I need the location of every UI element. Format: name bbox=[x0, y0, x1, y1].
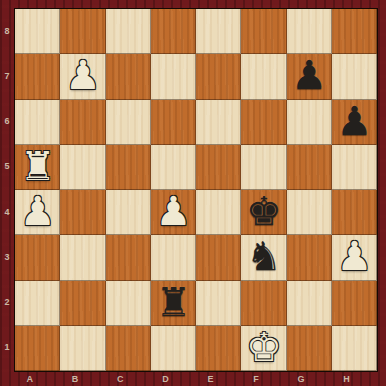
piece-black-knight[interactable]: ♞ bbox=[246, 234, 282, 279]
square-e4[interactable] bbox=[196, 190, 241, 235]
file-label-g: G bbox=[286, 372, 331, 386]
square-g8[interactable] bbox=[287, 9, 332, 54]
square-a7[interactable] bbox=[15, 54, 60, 99]
square-b8[interactable] bbox=[60, 9, 105, 54]
piece-white-rook[interactable]: ♜ bbox=[20, 144, 56, 189]
file-label-d: D bbox=[150, 372, 195, 386]
rank-label-7: 7 bbox=[0, 53, 14, 98]
square-c4[interactable] bbox=[106, 190, 151, 235]
rank-labels: 87654321 bbox=[0, 8, 14, 370]
square-g3[interactable] bbox=[287, 235, 332, 280]
square-e8[interactable] bbox=[196, 9, 241, 54]
file-label-h: H bbox=[331, 372, 376, 386]
square-a5[interactable]: ♜ bbox=[15, 145, 60, 190]
square-d8[interactable] bbox=[151, 9, 196, 54]
square-d4[interactable]: ♟ bbox=[151, 190, 196, 235]
square-h4[interactable] bbox=[332, 190, 377, 235]
file-label-c: C bbox=[105, 372, 150, 386]
square-h5[interactable] bbox=[332, 145, 377, 190]
piece-black-pawn[interactable]: ♟ bbox=[291, 53, 327, 98]
square-g5[interactable] bbox=[287, 145, 332, 190]
square-a8[interactable] bbox=[15, 9, 60, 54]
square-c7[interactable] bbox=[106, 54, 151, 99]
rank-label-8: 8 bbox=[0, 8, 14, 53]
piece-black-pawn[interactable]: ♟ bbox=[336, 99, 372, 144]
piece-white-pawn[interactable]: ♟ bbox=[65, 53, 101, 98]
square-c8[interactable] bbox=[106, 9, 151, 54]
piece-white-pawn[interactable]: ♟ bbox=[155, 189, 191, 234]
square-f7[interactable] bbox=[241, 54, 286, 99]
file-label-e: E bbox=[195, 372, 240, 386]
square-g4[interactable] bbox=[287, 190, 332, 235]
square-a3[interactable] bbox=[15, 235, 60, 280]
file-label-b: B bbox=[59, 372, 104, 386]
file-labels: ABCDEFGH bbox=[14, 372, 376, 386]
square-b7[interactable]: ♟ bbox=[60, 54, 105, 99]
square-d5[interactable] bbox=[151, 145, 196, 190]
square-d6[interactable] bbox=[151, 100, 196, 145]
square-f1[interactable]: ♚ bbox=[241, 326, 286, 371]
square-d1[interactable] bbox=[151, 326, 196, 371]
square-b6[interactable] bbox=[60, 100, 105, 145]
square-h7[interactable] bbox=[332, 54, 377, 99]
square-f6[interactable] bbox=[241, 100, 286, 145]
piece-black-king[interactable]: ♚ bbox=[246, 189, 282, 234]
square-f2[interactable] bbox=[241, 281, 286, 326]
square-g1[interactable] bbox=[287, 326, 332, 371]
square-c6[interactable] bbox=[106, 100, 151, 145]
square-f4[interactable]: ♚ bbox=[241, 190, 286, 235]
file-label-f: F bbox=[240, 372, 285, 386]
rank-label-4: 4 bbox=[0, 189, 14, 234]
square-c3[interactable] bbox=[106, 235, 151, 280]
square-h3[interactable]: ♟ bbox=[332, 235, 377, 280]
rank-label-2: 2 bbox=[0, 280, 14, 325]
piece-white-pawn[interactable]: ♟ bbox=[336, 234, 372, 279]
square-c5[interactable] bbox=[106, 145, 151, 190]
square-h8[interactable] bbox=[332, 9, 377, 54]
square-c1[interactable] bbox=[106, 326, 151, 371]
square-f8[interactable] bbox=[241, 9, 286, 54]
chess-board-frame: ♟♟♟♜♟♟♚♞♟♜♚ 87654321 ABCDEFGH bbox=[0, 0, 386, 386]
piece-white-king[interactable]: ♚ bbox=[246, 325, 282, 370]
square-f5[interactable] bbox=[241, 145, 286, 190]
rank-label-5: 5 bbox=[0, 144, 14, 189]
square-b2[interactable] bbox=[60, 281, 105, 326]
square-e5[interactable] bbox=[196, 145, 241, 190]
rank-label-1: 1 bbox=[0, 325, 14, 370]
square-a2[interactable] bbox=[15, 281, 60, 326]
square-e3[interactable] bbox=[196, 235, 241, 280]
square-g7[interactable]: ♟ bbox=[287, 54, 332, 99]
square-g2[interactable] bbox=[287, 281, 332, 326]
chess-board: ♟♟♟♜♟♟♚♞♟♜♚ bbox=[14, 8, 378, 372]
square-b5[interactable] bbox=[60, 145, 105, 190]
square-b4[interactable] bbox=[60, 190, 105, 235]
square-g6[interactable] bbox=[287, 100, 332, 145]
rank-label-3: 3 bbox=[0, 234, 14, 279]
square-a6[interactable] bbox=[15, 100, 60, 145]
square-c2[interactable] bbox=[106, 281, 151, 326]
square-a1[interactable] bbox=[15, 326, 60, 371]
piece-white-pawn[interactable]: ♟ bbox=[20, 189, 56, 234]
square-f3[interactable]: ♞ bbox=[241, 235, 286, 280]
square-a4[interactable]: ♟ bbox=[15, 190, 60, 235]
square-h6[interactable]: ♟ bbox=[332, 100, 377, 145]
square-e6[interactable] bbox=[196, 100, 241, 145]
file-label-a: A bbox=[14, 372, 59, 386]
square-b1[interactable] bbox=[60, 326, 105, 371]
square-e1[interactable] bbox=[196, 326, 241, 371]
square-d7[interactable] bbox=[151, 54, 196, 99]
rank-label-6: 6 bbox=[0, 99, 14, 144]
square-e7[interactable] bbox=[196, 54, 241, 99]
piece-black-rook[interactable]: ♜ bbox=[155, 280, 191, 325]
square-b3[interactable] bbox=[60, 235, 105, 280]
square-e2[interactable] bbox=[196, 281, 241, 326]
square-h1[interactable] bbox=[332, 326, 377, 371]
square-d2[interactable]: ♜ bbox=[151, 281, 196, 326]
square-h2[interactable] bbox=[332, 281, 377, 326]
square-d3[interactable] bbox=[151, 235, 196, 280]
